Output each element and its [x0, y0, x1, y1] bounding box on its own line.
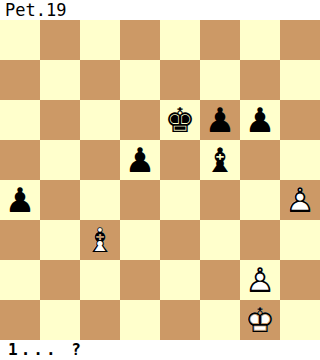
- square-c1[interactable]: [80, 300, 120, 340]
- square-a1[interactable]: [0, 300, 40, 340]
- square-b3[interactable]: [40, 220, 80, 260]
- square-b8[interactable]: [40, 20, 80, 60]
- square-h6[interactable]: [280, 100, 320, 140]
- square-d8[interactable]: [120, 20, 160, 60]
- square-a3[interactable]: [0, 220, 40, 260]
- square-e7[interactable]: [160, 60, 200, 100]
- move-prompt: 1... ?: [0, 340, 320, 360]
- square-h1[interactable]: [280, 300, 320, 340]
- chess-board: ♚♟♟♟♝♟♟♙♝♗♟♙♚♔: [0, 20, 320, 340]
- square-h5[interactable]: [280, 140, 320, 180]
- square-g7[interactable]: [240, 60, 280, 100]
- square-d1[interactable]: [120, 300, 160, 340]
- black-bishop-icon: ♝: [200, 140, 240, 180]
- square-e5[interactable]: [160, 140, 200, 180]
- square-g3[interactable]: [240, 220, 280, 260]
- square-b4[interactable]: [40, 180, 80, 220]
- square-f6[interactable]: ♟: [200, 100, 240, 140]
- square-a6[interactable]: [0, 100, 40, 140]
- square-f1[interactable]: [200, 300, 240, 340]
- diagram-label: Pet.19: [0, 0, 320, 20]
- white-pawn-icon: ♟♙: [280, 180, 320, 220]
- square-b5[interactable]: [40, 140, 80, 180]
- square-g4[interactable]: [240, 180, 280, 220]
- square-d4[interactable]: [120, 180, 160, 220]
- square-d6[interactable]: [120, 100, 160, 140]
- square-f5[interactable]: ♝: [200, 140, 240, 180]
- black-pawn-icon: ♟: [120, 140, 160, 180]
- square-c7[interactable]: [80, 60, 120, 100]
- square-e3[interactable]: [160, 220, 200, 260]
- square-a5[interactable]: [0, 140, 40, 180]
- square-h3[interactable]: [280, 220, 320, 260]
- square-b7[interactable]: [40, 60, 80, 100]
- white-king-icon: ♚♔: [240, 300, 280, 340]
- square-e1[interactable]: [160, 300, 200, 340]
- white-bishop-icon: ♝♗: [80, 220, 120, 260]
- square-c4[interactable]: [80, 180, 120, 220]
- square-a8[interactable]: [0, 20, 40, 60]
- square-d2[interactable]: [120, 260, 160, 300]
- square-e6[interactable]: ♚: [160, 100, 200, 140]
- square-g8[interactable]: [240, 20, 280, 60]
- square-g1[interactable]: ♚♔: [240, 300, 280, 340]
- square-c5[interactable]: [80, 140, 120, 180]
- square-e2[interactable]: [160, 260, 200, 300]
- square-b1[interactable]: [40, 300, 80, 340]
- square-f7[interactable]: [200, 60, 240, 100]
- square-h2[interactable]: [280, 260, 320, 300]
- square-b2[interactable]: [40, 260, 80, 300]
- square-c2[interactable]: [80, 260, 120, 300]
- square-b6[interactable]: [40, 100, 80, 140]
- square-c6[interactable]: [80, 100, 120, 140]
- black-pawn-icon: ♟: [200, 100, 240, 140]
- square-a7[interactable]: [0, 60, 40, 100]
- square-f8[interactable]: [200, 20, 240, 60]
- square-f2[interactable]: [200, 260, 240, 300]
- square-c8[interactable]: [80, 20, 120, 60]
- black-pawn-icon: ♟: [240, 100, 280, 140]
- square-g6[interactable]: ♟: [240, 100, 280, 140]
- square-g2[interactable]: ♟♙: [240, 260, 280, 300]
- square-f3[interactable]: [200, 220, 240, 260]
- square-d7[interactable]: [120, 60, 160, 100]
- square-h4[interactable]: ♟♙: [280, 180, 320, 220]
- square-d3[interactable]: [120, 220, 160, 260]
- square-d5[interactable]: ♟: [120, 140, 160, 180]
- square-e8[interactable]: [160, 20, 200, 60]
- square-a2[interactable]: [0, 260, 40, 300]
- square-f4[interactable]: [200, 180, 240, 220]
- square-c3[interactable]: ♝♗: [80, 220, 120, 260]
- white-pawn-icon: ♟♙: [240, 260, 280, 300]
- square-h7[interactable]: [280, 60, 320, 100]
- square-h8[interactable]: [280, 20, 320, 60]
- square-g5[interactable]: [240, 140, 280, 180]
- black-pawn-icon: ♟: [0, 180, 40, 220]
- square-a4[interactable]: ♟: [0, 180, 40, 220]
- black-king-icon: ♚: [160, 100, 200, 140]
- square-e4[interactable]: [160, 180, 200, 220]
